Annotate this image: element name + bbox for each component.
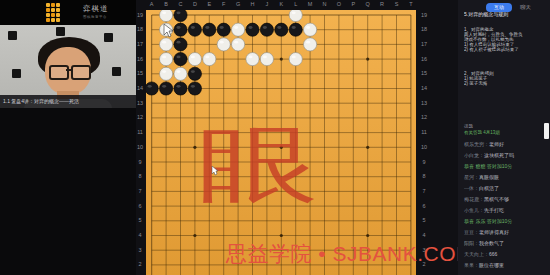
coordinate-label: 10 xyxy=(135,144,145,150)
brand-banner: 弈棋道 围棋教育平台 xyxy=(0,0,136,25)
coordinate-label: 18 xyxy=(419,26,429,32)
stone-white-C15 xyxy=(174,67,187,80)
stone-white-B15 xyxy=(160,67,173,80)
stone-highlight xyxy=(234,41,238,44)
coordinate-label: 13 xyxy=(135,100,145,106)
logo-dot xyxy=(56,3,60,7)
stone-highlight xyxy=(249,56,253,59)
stone-black-C14 xyxy=(174,82,187,95)
coordinate-label: A xyxy=(147,1,157,7)
stone-black-D14 xyxy=(188,82,201,95)
logo-dot xyxy=(46,3,50,7)
logo-dot xyxy=(51,18,55,22)
stone-highlight xyxy=(205,56,209,59)
stone-black-H18 xyxy=(246,23,259,36)
stone-white-M18 xyxy=(304,23,317,36)
chat-message: 阳阳：我会数气了 xyxy=(464,238,548,249)
chat-message: 星河：真眼假眼 xyxy=(464,172,548,183)
backdrop-logo xyxy=(8,31,17,40)
chat-message: 一休：白棋活了 xyxy=(464,183,548,194)
interaction-panel: 互动 聊天 5.对弈的概念与规则 1、对弈的概念两人对局时，分胜负、争胜负游戏不… xyxy=(458,0,550,275)
stone-black-L18 xyxy=(289,23,302,36)
coordinate-label: 2 xyxy=(135,261,145,267)
stone-black-A14 xyxy=(146,82,158,95)
coordinate-label: F xyxy=(219,1,229,7)
stone-highlight xyxy=(249,26,253,29)
coordinate-label: G xyxy=(233,1,243,7)
coordinate-label: Q xyxy=(363,1,373,7)
stone-white-E16 xyxy=(203,53,216,66)
backdrop-logo xyxy=(112,67,121,76)
glasses-icon xyxy=(49,65,69,80)
coordinate-label: 18 xyxy=(135,26,145,32)
coordinate-label: E xyxy=(204,1,214,7)
coordinate-label: N xyxy=(320,1,330,7)
tab-interaction[interactable]: 互动 xyxy=(486,3,512,12)
stone-white-L19 xyxy=(289,10,302,22)
brand-subtitle: 围棋教育平台 xyxy=(83,15,107,19)
stone-highlight xyxy=(177,85,181,88)
logo-dot xyxy=(56,8,60,12)
stone-black-D15 xyxy=(188,67,201,80)
coordinate-label: 7 xyxy=(419,188,429,194)
stone-highlight xyxy=(162,26,166,29)
backdrop-logo xyxy=(104,33,113,42)
stone-highlight xyxy=(191,56,195,59)
brand-title: 弈棋道 xyxy=(83,4,109,14)
stone-highlight xyxy=(234,26,238,29)
stone-white-B16 xyxy=(160,53,173,66)
stone-highlight xyxy=(277,26,281,29)
coordinate-label: 6 xyxy=(419,203,429,209)
stone-highlight xyxy=(177,41,181,44)
topic-announcement: 有奖答题 4月13期 xyxy=(464,130,500,135)
coordinate-label: 7 xyxy=(135,188,145,194)
stone-highlight xyxy=(177,11,181,14)
coordinate-label: 6 xyxy=(135,203,145,209)
logo-dot xyxy=(46,18,50,22)
chat-message-list: 棋乐无穷：老师好小白龙：这块棋死了吗恭喜 糖糖 答对加10分星河：真眼假眼一休：… xyxy=(464,139,548,271)
watermark-left: 思益学院 xyxy=(226,242,312,265)
lesson-notes-title: 5.对弈的概念与规则 xyxy=(464,12,548,17)
logo-dot xyxy=(46,8,50,12)
coordinate-label: 9 xyxy=(135,159,145,165)
watermark: 思益学院 • SJBANK.COM xyxy=(226,240,474,268)
stone-highlight xyxy=(220,26,224,29)
star-point xyxy=(280,234,283,237)
logo-dot xyxy=(46,13,50,17)
stone-black-C19 xyxy=(174,10,187,22)
scrollbar-thumb[interactable] xyxy=(544,123,549,139)
stone-highlight xyxy=(162,41,166,44)
star-point xyxy=(280,58,283,61)
stone-highlight xyxy=(148,85,152,88)
lesson-caption: 1.1 复盘4讲：对弈的概念——死活 xyxy=(0,95,136,108)
chat-message: 天天向上：666 xyxy=(464,249,548,260)
empty-area xyxy=(0,108,136,275)
stone-white-B19 xyxy=(160,10,173,22)
coordinate-label: 5 xyxy=(419,217,429,223)
coordinate-label: 11 xyxy=(419,129,429,135)
coordinate-label: 19 xyxy=(419,12,429,18)
coordinate-label: P xyxy=(348,1,358,7)
stone-black-J18 xyxy=(260,23,273,36)
chat-message: 小白龙：这块棋死了吗 xyxy=(464,150,548,161)
coordinate-label: M xyxy=(305,1,315,7)
coordinate-label: 5 xyxy=(135,217,145,223)
star-point xyxy=(366,58,369,61)
stone-black-F18 xyxy=(217,23,230,36)
coordinate-label: 14 xyxy=(419,85,429,91)
stone-black-C18 xyxy=(174,23,187,36)
chat-message: 果果：眼位在哪里 xyxy=(464,260,548,271)
stone-highlight xyxy=(306,26,310,29)
stone-black-K18 xyxy=(275,23,288,36)
coordinate-label: 16 xyxy=(135,56,145,62)
stone-highlight xyxy=(191,26,195,29)
lesson-notes-block2: 2、对弈的规则1) 轮流落子2) 落子无悔 xyxy=(464,71,548,86)
coordinate-label: 3 xyxy=(135,247,145,253)
coordinate-label: 15 xyxy=(419,70,429,76)
stone-highlight xyxy=(292,56,296,59)
glasses-icon xyxy=(71,65,91,80)
coordinate-label: 10 xyxy=(419,144,429,150)
coordinate-label: H xyxy=(248,1,258,7)
stone-white-H16 xyxy=(246,53,259,66)
instructor-webcam[interactable]: 1.1 复盘4讲：对弈的概念——死活 xyxy=(0,25,136,108)
stone-black-C16 xyxy=(174,53,187,66)
stone-white-D16 xyxy=(188,53,201,66)
coordinate-label: L xyxy=(291,1,301,7)
stone-black-B14 xyxy=(160,82,173,95)
stone-black-C17 xyxy=(174,38,187,51)
stone-highlight xyxy=(263,56,267,59)
coordinate-label: 13 xyxy=(419,100,429,106)
stone-white-F17 xyxy=(217,38,230,51)
coordinate-label: 11 xyxy=(135,129,145,135)
stone-highlight xyxy=(191,85,195,88)
watermark-right: SJBANK.COM xyxy=(333,242,475,265)
coordinate-label: 16 xyxy=(419,56,429,62)
coordinate-label: 19 xyxy=(135,12,145,18)
coordinate-label: D xyxy=(190,1,200,7)
coordinate-label: 4 xyxy=(419,232,429,238)
coordinate-label: J xyxy=(262,1,272,7)
stone-highlight xyxy=(205,26,209,29)
stone-highlight xyxy=(162,85,166,88)
stone-highlight xyxy=(177,70,181,73)
coordinate-label: 9 xyxy=(419,159,429,165)
logo-dot xyxy=(51,13,55,17)
coordinate-label: 12 xyxy=(135,114,145,120)
stone-white-G18 xyxy=(232,23,245,36)
stone-highlight xyxy=(220,41,224,44)
coordinate-label: 4 xyxy=(135,232,145,238)
logo-dot xyxy=(56,18,60,22)
coordinate-label: 15 xyxy=(135,70,145,76)
backdrop-logo xyxy=(56,27,65,36)
lesson-notes-title-block: 5.对弈的概念与规则 xyxy=(464,12,548,17)
chat-message: 豆豆：老师讲得真好 xyxy=(464,227,548,238)
stone-white-B18 xyxy=(160,23,173,36)
coordinate-label: 14 xyxy=(135,85,145,91)
coordinate-label: O xyxy=(334,1,344,7)
stone-highlight xyxy=(177,56,181,59)
coordinate-label: K xyxy=(276,1,286,7)
coordinate-label: 17 xyxy=(135,41,145,47)
stone-highlight xyxy=(306,41,310,44)
stone-highlight xyxy=(292,26,296,29)
chat-message: 恭喜 糖糖 答对加10分 xyxy=(464,161,548,172)
notes-line: 2) 落子无悔 xyxy=(464,81,548,86)
glasses-bridge xyxy=(66,69,72,71)
stone-highlight xyxy=(162,56,166,59)
tab-chat[interactable]: 聊天 xyxy=(520,4,531,11)
chat-message: 梅花鹿：黑棋气不够 xyxy=(464,194,548,205)
coordinate-label: 8 xyxy=(135,173,145,179)
coordinate-label: 12 xyxy=(419,114,429,120)
stone-white-G17 xyxy=(232,38,245,51)
go-board-svg[interactable] xyxy=(146,10,416,275)
stone-black-E18 xyxy=(203,23,216,36)
coordinate-label: 8 xyxy=(419,173,429,179)
notes-line: 2) 有人棋子被提光就结束了 xyxy=(464,47,548,52)
logo-dot xyxy=(56,13,60,17)
stone-highlight xyxy=(292,11,296,14)
stone-highlight xyxy=(162,11,166,14)
star-point xyxy=(193,234,196,237)
stone-highlight xyxy=(191,70,195,73)
stone-white-L16 xyxy=(289,53,302,66)
chat-message: 恭喜 乐乐 答对加10分 xyxy=(464,216,548,227)
coordinate-label: 17 xyxy=(419,41,429,47)
topic-label: 话题 xyxy=(464,124,473,129)
watermark-dot: • xyxy=(318,242,326,265)
star-point xyxy=(193,146,196,149)
stone-white-B17 xyxy=(160,38,173,51)
logo-dot xyxy=(51,3,55,7)
star-point xyxy=(366,234,369,237)
coordinate-label: R xyxy=(377,1,387,7)
stone-highlight xyxy=(263,26,267,29)
coordinate-label: C xyxy=(176,1,186,7)
chat-message: 小鱼儿：先手打吃 xyxy=(464,205,548,216)
coordinate-label: S xyxy=(392,1,402,7)
stone-white-M17 xyxy=(304,38,317,51)
live-lesson-screen: 弈棋道 围棋教育平台 1.1 复盘4讲：对弈的概念——死活 ABCDEFGHJK… xyxy=(0,0,550,275)
go-board[interactable] xyxy=(146,10,416,275)
backdrop-logo xyxy=(12,69,21,78)
chat-message: 棋乐无穷：老师好 xyxy=(464,139,548,150)
lesson-notes-block1: 1、对弈的概念两人对局时，分胜负、争胜负游戏不作弊，以礼貌为先1) 有人提前认输… xyxy=(464,27,548,52)
stone-white-J16 xyxy=(260,53,273,66)
coordinate-label: B xyxy=(161,1,171,7)
star-point xyxy=(366,146,369,149)
stone-highlight xyxy=(177,26,181,29)
coordinate-label: T xyxy=(406,1,416,7)
stone-black-D18 xyxy=(188,23,201,36)
stone-highlight xyxy=(162,70,166,73)
logo-dot xyxy=(51,8,55,12)
star-point xyxy=(280,146,283,149)
brand-logo-icon xyxy=(46,3,60,22)
